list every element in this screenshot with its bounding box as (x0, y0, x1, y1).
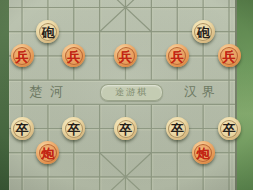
piece-glyph: 砲 (41, 26, 54, 39)
piece-glyph: 炮 (197, 147, 210, 160)
piece-glyph: 卒 (16, 123, 29, 136)
piece-red-soldier[interactable]: 兵 (11, 44, 34, 67)
piece-glyph: 卒 (171, 123, 184, 136)
piece-glyph: 兵 (171, 50, 184, 63)
piece-glyph: 兵 (16, 50, 29, 63)
piece-glyph: 兵 (67, 50, 80, 63)
piece-red-cannon[interactable]: 炮 (36, 141, 59, 164)
piece-black-soldier[interactable]: 卒 (11, 117, 34, 140)
piece-red-soldier[interactable]: 兵 (218, 44, 241, 67)
piece-red-cannon[interactable]: 炮 (192, 141, 215, 164)
piece-glyph: 兵 (119, 50, 132, 63)
piece-red-soldier[interactable]: 兵 (114, 44, 137, 67)
piece-glyph: 炮 (41, 147, 54, 160)
piece-black-soldier[interactable]: 卒 (62, 117, 85, 140)
piece-glyph: 卒 (67, 123, 80, 136)
piece-black-cannon[interactable]: 砲 (36, 20, 59, 43)
piece-black-soldier[interactable]: 卒 (114, 117, 137, 140)
piece-glyph: 兵 (223, 50, 236, 63)
piece-black-cannon[interactable]: 砲 (192, 20, 215, 43)
piece-glyph: 卒 (119, 123, 132, 136)
xiangqi-board: 楚河 汉界 途游棋 砲砲兵兵兵兵兵卒卒卒卒卒炮炮 (0, 0, 253, 190)
piece-glyph: 卒 (223, 123, 236, 136)
piece-red-soldier[interactable]: 兵 (166, 44, 189, 67)
piece-glyph: 砲 (197, 26, 210, 39)
piece-red-soldier[interactable]: 兵 (62, 44, 85, 67)
piece-black-soldier[interactable]: 卒 (166, 117, 189, 140)
piece-black-soldier[interactable]: 卒 (218, 117, 241, 140)
pieces-layer: 砲砲兵兵兵兵兵卒卒卒卒卒炮炮 (0, 0, 253, 190)
